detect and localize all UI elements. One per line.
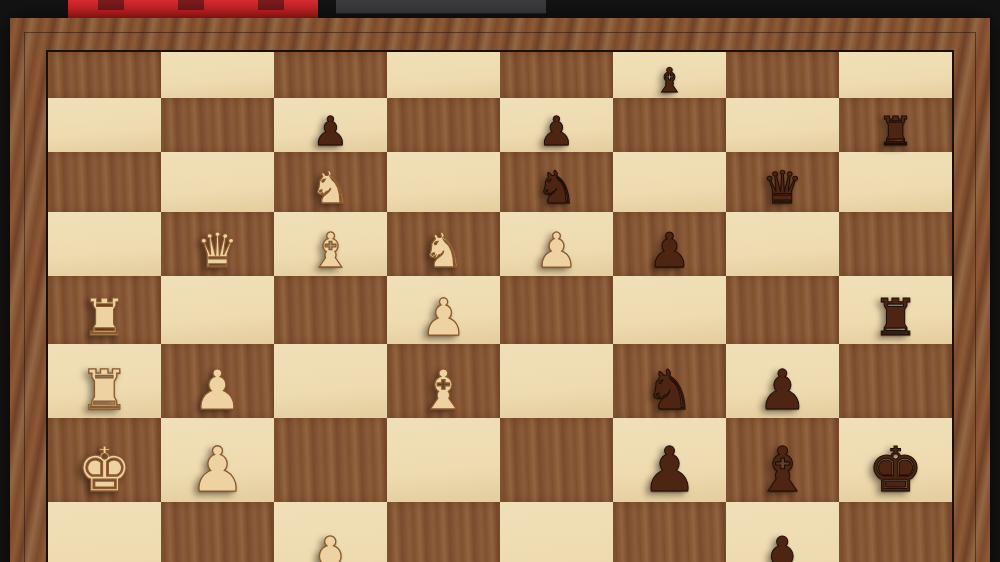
square-c7: ♛ [726, 152, 839, 212]
square-d2: ♛ [161, 212, 274, 276]
piece-white-king-g1: ♚ [77, 441, 133, 500]
square-f5 [500, 344, 613, 418]
square-c4 [387, 152, 500, 212]
piece-white-queen-d2: ♛ [196, 228, 239, 274]
piece-white-bishop-d3: ♝ [309, 228, 352, 274]
square-a7 [726, 52, 839, 98]
piece-black-pawn-d6: ♟ [648, 228, 691, 274]
square-g6: ♟ [613, 418, 726, 502]
square-c1 [48, 152, 161, 212]
piece-white-pawn-g2: ♟ [190, 441, 246, 500]
piece-black-knight-f6: ♞ [645, 364, 694, 416]
piece-white-pawn-d5: ♟ [535, 228, 578, 274]
square-f3 [274, 344, 387, 418]
square-a5 [500, 52, 613, 98]
piece-white-pawn-f2: ♟ [193, 364, 242, 416]
square-h1 [48, 502, 161, 562]
piece-black-rook-b8: ♜ [878, 112, 914, 150]
box-slot [258, 0, 284, 10]
piece-black-pawn-g6: ♟ [642, 441, 698, 500]
square-b7 [726, 98, 839, 152]
piece-black-bishop-a6: ♝ [654, 64, 684, 96]
square-d7 [726, 212, 839, 276]
piece-black-rook-e8: ♜ [873, 294, 919, 342]
piece-white-pawn-e4: ♟ [421, 294, 467, 342]
square-b2 [161, 98, 274, 152]
square-g4 [387, 418, 500, 502]
piece-black-pawn-b5: ♟ [539, 112, 575, 150]
piece-white-rook-f1: ♜ [80, 364, 129, 416]
piece-white-pawn-h3: ♟ [299, 530, 362, 562]
piece-black-pawn-b3: ♟ [313, 112, 349, 150]
piece-white-bishop-f4: ♝ [419, 364, 468, 416]
piece-black-pawn-h7: ♟ [751, 530, 814, 562]
square-d4: ♞ [387, 212, 500, 276]
square-h3: ♟ [274, 502, 387, 562]
square-h8 [839, 502, 952, 562]
square-f2: ♟ [161, 344, 274, 418]
piece-black-king-g8: ♚ [868, 441, 924, 500]
board-grid: ♝♟♟♜♞♞♛♛♝♞♟♟♜♟♜♜♟♝♞♟♚♟♟♝♚♟♟ [46, 50, 954, 562]
piece-black-pawn-f7: ♟ [758, 364, 807, 416]
piece-white-knight-c3: ♞ [310, 167, 350, 210]
square-h5 [500, 502, 613, 562]
square-a2 [161, 52, 274, 98]
board-frame: ♝♟♟♜♞♞♛♛♝♞♟♟♜♟♜♜♟♝♞♟♚♟♟♝♚♟♟ [10, 18, 990, 562]
square-b8: ♜ [839, 98, 952, 152]
piece-white-knight-d4: ♞ [422, 228, 465, 274]
square-f6: ♞ [613, 344, 726, 418]
square-g8: ♚ [839, 418, 952, 502]
square-f7: ♟ [726, 344, 839, 418]
square-b1 [48, 98, 161, 152]
box-slot [98, 0, 124, 10]
piece-black-bishop-g7: ♝ [755, 441, 811, 500]
square-a1 [48, 52, 161, 98]
square-c3: ♞ [274, 152, 387, 212]
square-e2 [161, 276, 274, 344]
square-a6: ♝ [613, 52, 726, 98]
square-b4 [387, 98, 500, 152]
square-g2: ♟ [161, 418, 274, 502]
chess-photo: ♝♟♟♜♞♞♛♛♝♞♟♟♜♟♜♜♟♝♞♟♚♟♟♝♚♟♟ [0, 0, 1000, 562]
square-h6 [613, 502, 726, 562]
square-d3: ♝ [274, 212, 387, 276]
square-e8: ♜ [839, 276, 952, 344]
square-c8 [839, 152, 952, 212]
square-b6 [613, 98, 726, 152]
square-f1: ♜ [48, 344, 161, 418]
square-d5: ♟ [500, 212, 613, 276]
square-g7: ♝ [726, 418, 839, 502]
square-h2 [161, 502, 274, 562]
square-g3 [274, 418, 387, 502]
square-e6 [613, 276, 726, 344]
square-f8 [839, 344, 952, 418]
square-a8 [839, 52, 952, 98]
square-a3 [274, 52, 387, 98]
square-e4: ♟ [387, 276, 500, 344]
square-c6 [613, 152, 726, 212]
square-h7: ♟ [726, 502, 839, 562]
square-a4 [387, 52, 500, 98]
square-d1 [48, 212, 161, 276]
square-b5: ♟ [500, 98, 613, 152]
square-e7 [726, 276, 839, 344]
square-e1: ♜ [48, 276, 161, 344]
square-e5 [500, 276, 613, 344]
square-c2 [161, 152, 274, 212]
box-slot [178, 0, 204, 10]
square-h4 [387, 502, 500, 562]
piece-white-rook-e1: ♜ [82, 294, 128, 342]
square-f4: ♝ [387, 344, 500, 418]
piece-black-queen-c7: ♛ [762, 167, 802, 210]
grey-object [336, 0, 546, 14]
square-d6: ♟ [613, 212, 726, 276]
square-g1: ♚ [48, 418, 161, 502]
square-b3: ♟ [274, 98, 387, 152]
piece-black-knight-c5: ♞ [536, 167, 576, 210]
square-d8 [839, 212, 952, 276]
square-g5 [500, 418, 613, 502]
square-e3 [274, 276, 387, 344]
square-c5: ♞ [500, 152, 613, 212]
